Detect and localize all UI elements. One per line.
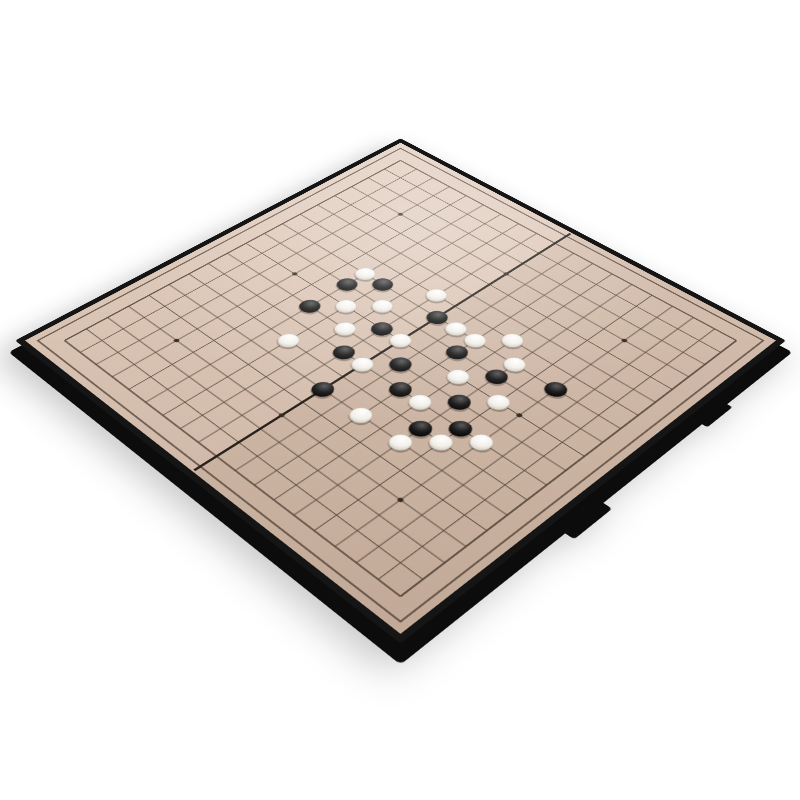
board-grid [25, 143, 776, 634]
hinge-notch [700, 403, 733, 428]
board-face [15, 138, 786, 643]
grid-line-v [80, 169, 416, 352]
product-photo-scene [0, 0, 800, 800]
go-board [15, 138, 786, 643]
